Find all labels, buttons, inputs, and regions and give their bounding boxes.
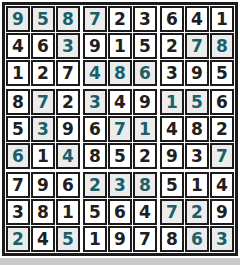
cell-r3c2[interactable]: 2 [31, 60, 55, 86]
cell-r8c5[interactable]: 6 [108, 199, 132, 225]
cell-r9c2[interactable]: 4 [31, 226, 55, 252]
cell-r2c5[interactable]: 1 [108, 33, 132, 59]
cell-r9c8[interactable]: 6 [185, 226, 209, 252]
cell-r6c1[interactable]: 6 [6, 143, 30, 169]
sudoku-box-6: 156482937 [160, 89, 234, 169]
cell-r4c3[interactable]: 2 [56, 89, 80, 115]
sudoku-box-2: 723915486 [83, 6, 157, 86]
cell-r1c1[interactable]: 9 [6, 6, 30, 32]
cell-r8c9[interactable]: 9 [210, 199, 234, 225]
cell-r5c4[interactable]: 6 [83, 116, 107, 142]
board-frame: 9584631277239154866412783958725396143496… [0, 0, 240, 258]
cell-r9c1[interactable]: 2 [6, 226, 30, 252]
cell-r8c6[interactable]: 4 [133, 199, 157, 225]
cell-r5c6[interactable]: 1 [133, 116, 157, 142]
cell-r3c7[interactable]: 3 [160, 60, 184, 86]
cell-r2c8[interactable]: 7 [185, 33, 209, 59]
cell-r4c4[interactable]: 3 [83, 89, 107, 115]
cell-r6c7[interactable]: 9 [160, 143, 184, 169]
cell-r8c7[interactable]: 7 [160, 199, 184, 225]
cell-r4c8[interactable]: 5 [185, 89, 209, 115]
cell-r4c1[interactable]: 8 [6, 89, 30, 115]
cell-r5c2[interactable]: 3 [31, 116, 55, 142]
cell-r5c9[interactable]: 2 [210, 116, 234, 142]
cell-r4c9[interactable]: 6 [210, 89, 234, 115]
cell-r6c6[interactable]: 2 [133, 143, 157, 169]
cell-r4c5[interactable]: 4 [108, 89, 132, 115]
cell-r9c6[interactable]: 7 [133, 226, 157, 252]
cell-r1c5[interactable]: 2 [108, 6, 132, 32]
cell-r1c4[interactable]: 7 [83, 6, 107, 32]
cell-r3c1[interactable]: 1 [6, 60, 30, 86]
sudoku-box-9: 514729863 [160, 172, 234, 252]
cell-r2c6[interactable]: 5 [133, 33, 157, 59]
cell-r2c9[interactable]: 8 [210, 33, 234, 59]
cell-r8c2[interactable]: 8 [31, 199, 55, 225]
cell-r7c1[interactable]: 7 [6, 172, 30, 198]
cell-r6c5[interactable]: 5 [108, 143, 132, 169]
cell-r6c9[interactable]: 7 [210, 143, 234, 169]
cell-r9c7[interactable]: 8 [160, 226, 184, 252]
cell-r3c8[interactable]: 9 [185, 60, 209, 86]
cell-r2c7[interactable]: 2 [160, 33, 184, 59]
cell-r3c9[interactable]: 5 [210, 60, 234, 86]
sudoku-box-8: 238564197 [83, 172, 157, 252]
sudoku-box-3: 641278395 [160, 6, 234, 86]
cell-r8c4[interactable]: 5 [83, 199, 107, 225]
cell-r4c7[interactable]: 1 [160, 89, 184, 115]
cell-r1c9[interactable]: 1 [210, 6, 234, 32]
cell-r2c2[interactable]: 6 [31, 33, 55, 59]
cell-r8c3[interactable]: 1 [56, 199, 80, 225]
cell-r7c8[interactable]: 1 [185, 172, 209, 198]
cell-r4c6[interactable]: 9 [133, 89, 157, 115]
cell-r7c9[interactable]: 4 [210, 172, 234, 198]
cell-r6c8[interactable]: 3 [185, 143, 209, 169]
cell-r9c9[interactable]: 3 [210, 226, 234, 252]
cell-r8c8[interactable]: 2 [185, 199, 209, 225]
cell-r7c7[interactable]: 5 [160, 172, 184, 198]
cell-r5c3[interactable]: 9 [56, 116, 80, 142]
cell-r5c7[interactable]: 4 [160, 116, 184, 142]
sudoku-box-1: 958463127 [6, 6, 80, 86]
cell-r5c8[interactable]: 8 [185, 116, 209, 142]
cell-r2c4[interactable]: 9 [83, 33, 107, 59]
cell-r1c2[interactable]: 5 [31, 6, 55, 32]
cell-r6c3[interactable]: 4 [56, 143, 80, 169]
sudoku-box-4: 872539614 [6, 89, 80, 169]
cell-r8c1[interactable]: 3 [6, 199, 30, 225]
sudoku-board: 9584631277239154866412783958725396143496… [2, 2, 238, 256]
cell-r4c2[interactable]: 7 [31, 89, 55, 115]
cell-r3c4[interactable]: 4 [83, 60, 107, 86]
cell-r7c5[interactable]: 3 [108, 172, 132, 198]
cell-r6c4[interactable]: 8 [83, 143, 107, 169]
sudoku-box-5: 349671852 [83, 89, 157, 169]
cell-r1c8[interactable]: 4 [185, 6, 209, 32]
cell-r2c3[interactable]: 3 [56, 33, 80, 59]
cell-r7c6[interactable]: 8 [133, 172, 157, 198]
cell-r3c3[interactable]: 7 [56, 60, 80, 86]
cell-r6c2[interactable]: 1 [31, 143, 55, 169]
cell-r5c5[interactable]: 7 [108, 116, 132, 142]
cell-r9c3[interactable]: 5 [56, 226, 80, 252]
cell-r5c1[interactable]: 5 [6, 116, 30, 142]
cell-r1c7[interactable]: 6 [160, 6, 184, 32]
cell-r1c3[interactable]: 8 [56, 6, 80, 32]
sudoku-box-7: 796381245 [6, 172, 80, 252]
cell-r9c5[interactable]: 9 [108, 226, 132, 252]
cell-r7c4[interactable]: 2 [83, 172, 107, 198]
cell-r7c3[interactable]: 6 [56, 172, 80, 198]
cell-r3c6[interactable]: 6 [133, 60, 157, 86]
cell-r1c6[interactable]: 3 [133, 6, 157, 32]
cell-r7c2[interactable]: 9 [31, 172, 55, 198]
cell-r2c1[interactable]: 4 [6, 33, 30, 59]
cell-r3c5[interactable]: 8 [108, 60, 132, 86]
cell-r9c4[interactable]: 1 [83, 226, 107, 252]
